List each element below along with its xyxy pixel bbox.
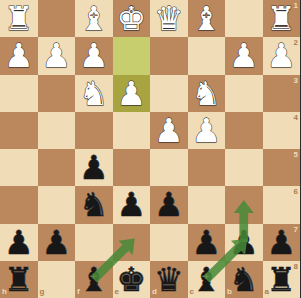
file-label-d: d — [152, 288, 157, 296]
piece-black-queen[interactable]: ♛ — [154, 263, 184, 296]
piece-white-bishop[interactable]: ♝ — [191, 2, 221, 35]
square-a4[interactable]: 4 — [263, 112, 301, 149]
piece-white-pawn[interactable]: ♟ — [266, 39, 296, 72]
piece-white-pawn[interactable]: ♟ — [4, 39, 34, 72]
square-g2[interactable]: ♟ — [38, 37, 76, 74]
piece-white-rook[interactable]: ♜ — [266, 2, 296, 35]
square-c4[interactable]: ♟ — [188, 112, 226, 149]
piece-white-pawn[interactable]: ♟ — [191, 114, 221, 147]
square-h3[interactable] — [0, 75, 38, 112]
square-d3[interactable] — [150, 75, 188, 112]
piece-black-knight[interactable]: ♞ — [229, 263, 259, 296]
square-g7[interactable]: ♟ — [38, 224, 76, 261]
piece-black-bishop[interactable]: ♝ — [191, 263, 221, 296]
square-f5[interactable]: ♟ — [75, 149, 113, 186]
square-e8[interactable]: ♚e — [113, 261, 151, 298]
square-h2[interactable]: ♟ — [0, 37, 38, 74]
piece-black-rook[interactable]: ♜ — [4, 263, 34, 296]
square-e2[interactable] — [113, 37, 151, 74]
chess-board: ♜♝♚♛♝♜1♟♟♟♟♟2♞♟♞3♟♟4♟5♞♟♟6♟♟♟♟♟7♜hg♝f♚e♛… — [0, 0, 300, 298]
square-a5[interactable]: 5 — [263, 149, 301, 186]
piece-white-queen[interactable]: ♛ — [154, 2, 184, 35]
square-g3[interactable] — [38, 75, 76, 112]
rank-label-4: 4 — [294, 114, 298, 122]
square-c3[interactable]: ♞ — [188, 75, 226, 112]
square-a8[interactable]: ♜a8 — [263, 261, 301, 298]
square-f7[interactable] — [75, 224, 113, 261]
square-a6[interactable]: 6 — [263, 186, 301, 223]
square-c8[interactable]: ♝c — [188, 261, 226, 298]
square-f1[interactable]: ♝ — [75, 0, 113, 37]
file-label-g: g — [40, 288, 45, 296]
square-d5[interactable] — [150, 149, 188, 186]
piece-black-pawn[interactable]: ♟ — [79, 151, 109, 184]
square-b7[interactable]: ♟ — [225, 224, 263, 261]
square-c2[interactable] — [188, 37, 226, 74]
square-b2[interactable]: ♟ — [225, 37, 263, 74]
square-h8[interactable]: ♜h — [0, 261, 38, 298]
square-d4[interactable]: ♟ — [150, 112, 188, 149]
square-e5[interactable] — [113, 149, 151, 186]
square-h7[interactable]: ♟ — [0, 224, 38, 261]
square-b8[interactable]: ♞b — [225, 261, 263, 298]
piece-white-pawn[interactable]: ♟ — [79, 39, 109, 72]
square-a7[interactable]: ♟7 — [263, 224, 301, 261]
rank-label-6: 6 — [294, 188, 298, 196]
square-e7[interactable] — [113, 224, 151, 261]
file-label-b: b — [227, 288, 232, 296]
square-d8[interactable]: ♛d — [150, 261, 188, 298]
square-d1[interactable]: ♛ — [150, 0, 188, 37]
square-e4[interactable] — [113, 112, 151, 149]
piece-black-pawn[interactable]: ♟ — [154, 188, 184, 221]
piece-black-pawn[interactable]: ♟ — [41, 226, 71, 259]
piece-white-pawn[interactable]: ♟ — [41, 39, 71, 72]
square-a2[interactable]: ♟2 — [263, 37, 301, 74]
square-b1[interactable] — [225, 0, 263, 37]
rank-label-7: 7 — [294, 226, 298, 234]
piece-black-king[interactable]: ♚ — [116, 263, 146, 296]
square-a3[interactable]: 3 — [263, 75, 301, 112]
square-b6[interactable] — [225, 186, 263, 223]
square-g6[interactable] — [38, 186, 76, 223]
piece-white-knight[interactable]: ♞ — [191, 77, 221, 110]
file-label-a: a — [265, 288, 269, 296]
piece-black-bishop[interactable]: ♝ — [79, 263, 109, 296]
square-h5[interactable] — [0, 149, 38, 186]
square-f4[interactable] — [75, 112, 113, 149]
square-f8[interactable]: ♝f — [75, 261, 113, 298]
square-e1[interactable]: ♚ — [113, 0, 151, 37]
square-d7[interactable] — [150, 224, 188, 261]
piece-white-pawn[interactable]: ♟ — [154, 114, 184, 147]
square-b4[interactable] — [225, 112, 263, 149]
piece-black-pawn[interactable]: ♟ — [4, 226, 34, 259]
square-c1[interactable]: ♝ — [188, 0, 226, 37]
file-label-h: h — [2, 288, 7, 296]
piece-white-rook[interactable]: ♜ — [4, 2, 34, 35]
piece-black-pawn[interactable]: ♟ — [266, 226, 296, 259]
square-g4[interactable] — [38, 112, 76, 149]
square-f6[interactable]: ♞ — [75, 186, 113, 223]
piece-white-king[interactable]: ♚ — [116, 2, 146, 35]
piece-black-pawn[interactable]: ♟ — [116, 188, 146, 221]
piece-black-rook[interactable]: ♜ — [266, 263, 296, 296]
file-label-f: f — [77, 288, 80, 296]
square-d6[interactable]: ♟ — [150, 186, 188, 223]
square-a1[interactable]: ♜1 — [263, 0, 301, 37]
square-g1[interactable] — [38, 0, 76, 37]
square-c5[interactable] — [188, 149, 226, 186]
rank-label-5: 5 — [294, 151, 298, 159]
square-h6[interactable] — [0, 186, 38, 223]
rank-label-2: 2 — [294, 39, 298, 47]
square-g5[interactable] — [38, 149, 76, 186]
piece-white-bishop[interactable]: ♝ — [79, 2, 109, 35]
piece-white-pawn[interactable]: ♟ — [229, 39, 259, 72]
square-h1[interactable]: ♜ — [0, 0, 38, 37]
square-b3[interactable] — [225, 75, 263, 112]
square-f3[interactable]: ♞ — [75, 75, 113, 112]
piece-black-knight[interactable]: ♞ — [79, 188, 109, 221]
square-f2[interactable]: ♟ — [75, 37, 113, 74]
file-label-c: c — [190, 288, 194, 296]
square-c6[interactable] — [188, 186, 226, 223]
file-label-e: e — [115, 288, 119, 296]
piece-white-pawn[interactable]: ♟ — [116, 77, 146, 110]
board-squares: ♜♝♚♛♝♜1♟♟♟♟♟2♞♟♞3♟♟4♟5♞♟♟6♟♟♟♟♟7♜hg♝f♚e♛… — [0, 0, 300, 298]
piece-black-pawn[interactable]: ♟ — [229, 226, 259, 259]
rank-label-3: 3 — [294, 77, 298, 85]
rank-label-1: 1 — [294, 2, 298, 10]
rank-label-8: 8 — [294, 263, 298, 271]
piece-black-pawn[interactable]: ♟ — [191, 226, 221, 259]
square-g8[interactable]: g — [38, 261, 76, 298]
square-e6[interactable]: ♟ — [113, 186, 151, 223]
square-d2[interactable] — [150, 37, 188, 74]
square-e3[interactable]: ♟ — [113, 75, 151, 112]
square-h4[interactable] — [0, 112, 38, 149]
square-b5[interactable] — [225, 149, 263, 186]
square-c7[interactable]: ♟ — [188, 224, 226, 261]
piece-white-knight[interactable]: ♞ — [79, 77, 109, 110]
